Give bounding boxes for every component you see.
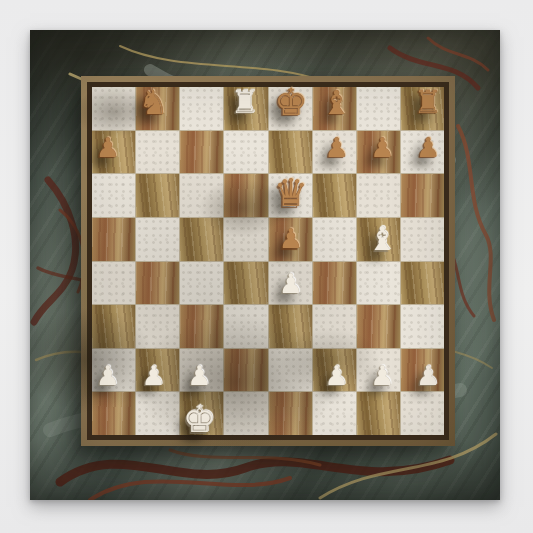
square-h4[interactable] xyxy=(401,262,444,305)
square-h7[interactable]: ♟ xyxy=(401,131,444,174)
square-d1[interactable] xyxy=(224,392,267,435)
square-f3[interactable] xyxy=(313,305,356,348)
square-h2[interactable]: ♟ xyxy=(401,349,444,392)
square-b8[interactable]: ♞ xyxy=(136,87,179,130)
square-e7[interactable] xyxy=(269,131,312,174)
square-g2[interactable]: ♟ xyxy=(357,349,400,392)
square-f7[interactable]: ♟ xyxy=(313,131,356,174)
square-d7[interactable] xyxy=(224,131,267,174)
square-f1[interactable] xyxy=(313,392,356,435)
square-g1[interactable] xyxy=(357,392,400,435)
white-king-c1[interactable]: ♚ xyxy=(183,401,216,438)
square-f2[interactable]: ♟ xyxy=(313,349,356,392)
square-g7[interactable]: ♟ xyxy=(357,131,400,174)
square-c2[interactable]: ♟ xyxy=(180,349,223,392)
white-pawn-g2[interactable]: ♟ xyxy=(370,361,394,388)
square-c7[interactable] xyxy=(180,131,223,174)
square-e3[interactable] xyxy=(269,305,312,348)
canvas-print-photo: ♞♜♚♝♜♟♟♟♟♛♟♝♟♟♟♟♟♟♟♚ xyxy=(30,30,500,500)
square-c1[interactable]: ♚ xyxy=(180,392,223,435)
square-c3[interactable] xyxy=(180,305,223,348)
square-b5[interactable] xyxy=(136,218,179,261)
square-b2[interactable]: ♟ xyxy=(136,349,179,392)
square-e1[interactable] xyxy=(269,392,312,435)
square-b1[interactable] xyxy=(136,392,179,435)
square-g8[interactable] xyxy=(357,87,400,130)
square-h8[interactable]: ♜ xyxy=(401,87,444,130)
square-a3[interactable] xyxy=(92,305,135,348)
black-bishop-f8[interactable]: ♝ xyxy=(322,86,352,119)
square-g4[interactable] xyxy=(357,262,400,305)
chess-board: ♞♜♚♝♜♟♟♟♟♛♟♝♟♟♟♟♟♟♟♚ xyxy=(92,87,444,435)
white-pawn-h2[interactable]: ♟ xyxy=(416,361,440,388)
square-f8[interactable]: ♝ xyxy=(313,87,356,130)
square-d6[interactable] xyxy=(224,174,267,217)
white-bishop-g5[interactable]: ♝ xyxy=(368,222,398,255)
square-b3[interactable] xyxy=(136,305,179,348)
mockup-background: ♞♜♚♝♜♟♟♟♟♛♟♝♟♟♟♟♟♟♟♚ xyxy=(0,0,533,533)
black-pawn-f7[interactable]: ♟ xyxy=(324,134,348,161)
square-e6[interactable]: ♛ xyxy=(269,174,312,217)
square-c6[interactable] xyxy=(180,174,223,217)
square-d3[interactable] xyxy=(224,305,267,348)
white-pawn-e4[interactable]: ♟ xyxy=(279,270,303,297)
white-pawn-c2[interactable]: ♟ xyxy=(187,361,211,388)
square-d4[interactable] xyxy=(224,262,267,305)
white-rook-d8[interactable]: ♜ xyxy=(231,86,260,118)
square-g3[interactable] xyxy=(357,305,400,348)
white-pawn-f2[interactable]: ♟ xyxy=(324,361,348,388)
square-e2[interactable] xyxy=(269,349,312,392)
square-a7[interactable]: ♟ xyxy=(92,131,135,174)
black-rook-h8[interactable]: ♜ xyxy=(414,86,443,118)
square-f4[interactable] xyxy=(313,262,356,305)
chess-board-slab: ♞♜♚♝♜♟♟♟♟♛♟♝♟♟♟♟♟♟♟♚ xyxy=(81,76,455,446)
square-c8[interactable] xyxy=(180,87,223,130)
square-d2[interactable] xyxy=(224,349,267,392)
white-pawn-b2[interactable]: ♟ xyxy=(142,361,166,388)
board-frame: ♞♜♚♝♜♟♟♟♟♛♟♝♟♟♟♟♟♟♟♚ xyxy=(87,82,449,440)
black-pawn-a7[interactable]: ♟ xyxy=(96,134,120,161)
black-pawn-h7[interactable]: ♟ xyxy=(416,134,440,161)
square-a6[interactable] xyxy=(92,174,135,217)
square-h6[interactable] xyxy=(401,174,444,217)
square-d8[interactable]: ♜ xyxy=(224,87,267,130)
square-a4[interactable] xyxy=(92,262,135,305)
black-pawn-g7[interactable]: ♟ xyxy=(370,134,394,161)
square-a5[interactable] xyxy=(92,218,135,261)
square-h1[interactable] xyxy=(401,392,444,435)
square-a8[interactable] xyxy=(92,87,135,130)
black-queen-e6[interactable]: ♛ xyxy=(274,174,308,212)
square-f5[interactable] xyxy=(313,218,356,261)
black-king-e8[interactable]: ♚ xyxy=(274,84,307,121)
square-f6[interactable] xyxy=(313,174,356,217)
square-h3[interactable] xyxy=(401,305,444,348)
black-pawn-e5[interactable]: ♟ xyxy=(279,225,303,252)
square-c4[interactable] xyxy=(180,262,223,305)
square-g6[interactable] xyxy=(357,174,400,217)
white-pawn-a2[interactable]: ♟ xyxy=(96,361,120,388)
square-b4[interactable] xyxy=(136,262,179,305)
square-a1[interactable] xyxy=(92,392,135,435)
square-c5[interactable] xyxy=(180,218,223,261)
square-a2[interactable]: ♟ xyxy=(92,349,135,392)
square-b6[interactable] xyxy=(136,174,179,217)
square-e5[interactable]: ♟ xyxy=(269,218,312,261)
square-e4[interactable]: ♟ xyxy=(269,262,312,305)
square-b7[interactable] xyxy=(136,131,179,174)
square-g5[interactable]: ♝ xyxy=(357,218,400,261)
square-h5[interactable] xyxy=(401,218,444,261)
black-knight-b8[interactable]: ♞ xyxy=(138,85,168,119)
square-d5[interactable] xyxy=(224,218,267,261)
square-e8[interactable]: ♚ xyxy=(269,87,312,130)
